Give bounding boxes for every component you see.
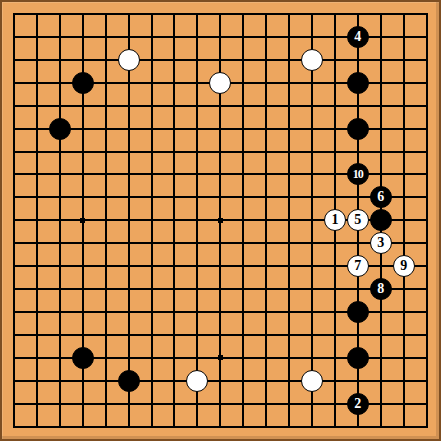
black-stone-Q4[interactable] bbox=[347, 347, 369, 369]
move-number: 9 bbox=[400, 259, 407, 273]
move-number: 5 bbox=[354, 213, 361, 227]
grid-line-horizontal bbox=[13, 242, 428, 244]
move-number: 8 bbox=[377, 282, 384, 296]
goban-frame: 41061537982 bbox=[0, 0, 441, 441]
black-stone-R10[interactable] bbox=[370, 209, 392, 231]
white-stone-K16[interactable] bbox=[209, 72, 231, 94]
black-stone-D4[interactable] bbox=[72, 347, 94, 369]
white-stone-O3[interactable] bbox=[301, 370, 323, 392]
grid-line-vertical bbox=[242, 13, 244, 428]
black-stone-Q16[interactable] bbox=[347, 72, 369, 94]
white-stone-move-9-S8[interactable]: 9 bbox=[393, 255, 415, 277]
move-number: 2 bbox=[354, 396, 361, 410]
white-stone-move-3-R9[interactable]: 3 bbox=[370, 232, 392, 254]
black-stone-C14[interactable] bbox=[49, 118, 71, 140]
grid-line-vertical bbox=[426, 13, 428, 428]
black-stone-move-2-Q2[interactable]: 2 bbox=[347, 393, 369, 415]
black-stone-move-10-Q12[interactable]: 10 bbox=[347, 163, 369, 185]
grid-line-vertical bbox=[265, 13, 267, 428]
black-stone-move-4-Q18[interactable]: 4 bbox=[347, 26, 369, 48]
star-point bbox=[218, 218, 223, 223]
move-number: 4 bbox=[354, 29, 361, 43]
move-number: 7 bbox=[354, 259, 361, 273]
grid-line-horizontal bbox=[13, 334, 428, 336]
white-stone-move-7-Q8[interactable]: 7 bbox=[347, 255, 369, 277]
white-stone-O17[interactable] bbox=[301, 49, 323, 71]
grid-line-horizontal bbox=[13, 426, 428, 428]
white-stone-F17[interactable] bbox=[118, 49, 140, 71]
black-stone-Q14[interactable] bbox=[347, 118, 369, 140]
white-stone-move-1-P10[interactable]: 1 bbox=[324, 209, 346, 231]
grid-line-horizontal bbox=[13, 380, 428, 382]
move-number: 10 bbox=[353, 168, 363, 180]
star-point bbox=[218, 355, 223, 360]
move-number: 1 bbox=[331, 213, 338, 227]
white-stone-J3[interactable] bbox=[186, 370, 208, 392]
black-stone-move-8-R7[interactable]: 8 bbox=[370, 278, 392, 300]
grid-line-vertical bbox=[403, 13, 405, 428]
move-number: 6 bbox=[377, 190, 384, 204]
grid-line-vertical bbox=[288, 13, 290, 428]
grid-line-horizontal bbox=[13, 288, 428, 290]
black-stone-Q6[interactable] bbox=[347, 301, 369, 323]
black-stone-move-6-R11[interactable]: 6 bbox=[370, 186, 392, 208]
move-number: 3 bbox=[377, 236, 384, 250]
white-stone-move-5-Q10[interactable]: 5 bbox=[347, 209, 369, 231]
grid-line-vertical bbox=[311, 13, 313, 428]
star-point bbox=[80, 218, 85, 223]
black-stone-F3[interactable] bbox=[118, 370, 140, 392]
black-stone-D16[interactable] bbox=[72, 72, 94, 94]
